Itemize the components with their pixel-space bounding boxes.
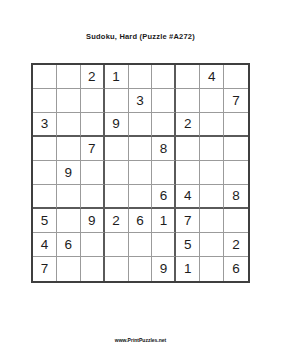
sudoku-cell-empty	[81, 89, 105, 113]
sudoku-cell-empty	[129, 137, 153, 161]
sudoku-cell-given: 5	[33, 209, 57, 233]
sudoku-cell-empty	[129, 185, 153, 209]
sudoku-cell-given: 4	[200, 65, 224, 89]
sudoku-cell-empty	[105, 161, 129, 185]
sudoku-cell-given: 3	[33, 113, 57, 137]
sudoku-cell-empty	[176, 161, 200, 185]
sudoku-cell-empty	[176, 65, 200, 89]
sudoku-cell-empty	[33, 185, 57, 209]
sudoku-cell-empty	[176, 137, 200, 161]
sudoku-cell-given: 6	[57, 233, 81, 257]
sudoku-cell-given: 8	[224, 185, 248, 209]
puzzle-title: Sudoku, Hard (Puzzle #A272)	[0, 32, 281, 41]
sudoku-cell-empty	[129, 233, 153, 257]
sudoku-cell-empty	[152, 89, 176, 113]
sudoku-cell-given: 9	[81, 209, 105, 233]
sudoku-cell-empty	[33, 161, 57, 185]
sudoku-cell-empty	[224, 65, 248, 89]
sudoku-board: 2143739278964859261746527916	[31, 63, 250, 283]
sudoku-cell-given: 9	[152, 257, 176, 281]
sudoku-cell-empty	[200, 233, 224, 257]
sudoku-cell-given: 1	[105, 65, 129, 89]
sudoku-cell-empty	[57, 185, 81, 209]
sudoku-cell-empty	[200, 161, 224, 185]
sudoku-cell-empty	[200, 185, 224, 209]
sudoku-cell-empty	[200, 89, 224, 113]
sudoku-cell-empty	[57, 209, 81, 233]
sudoku-cell-given: 4	[33, 233, 57, 257]
sudoku-cell-empty	[129, 113, 153, 137]
sudoku-cell-empty	[81, 233, 105, 257]
sudoku-cell-empty	[57, 113, 81, 137]
sudoku-cell-given: 3	[129, 89, 153, 113]
sudoku-cell-empty	[81, 161, 105, 185]
sudoku-cell-empty	[81, 257, 105, 281]
sudoku-cell-empty	[224, 209, 248, 233]
sudoku-cell-empty	[200, 137, 224, 161]
sudoku-cell-given: 5	[176, 233, 200, 257]
sudoku-cell-empty	[200, 209, 224, 233]
sudoku-cell-given: 7	[33, 257, 57, 281]
sudoku-cell-given: 7	[224, 89, 248, 113]
sudoku-cell-empty	[33, 65, 57, 89]
sudoku-cell-given: 6	[129, 209, 153, 233]
sudoku-cell-given: 2	[105, 209, 129, 233]
sudoku-cell-empty	[57, 65, 81, 89]
sudoku-cell-given: 4	[176, 185, 200, 209]
sudoku-cell-empty	[224, 137, 248, 161]
sudoku-cell-empty	[81, 185, 105, 209]
sudoku-cell-given: 1	[152, 209, 176, 233]
sudoku-cell-given: 2	[176, 113, 200, 137]
sudoku-cell-given: 8	[152, 137, 176, 161]
sudoku-cell-empty	[200, 257, 224, 281]
sudoku-cell-given: 9	[105, 113, 129, 137]
sudoku-cell-empty	[200, 113, 224, 137]
footer-url: www.PrintPuzzles.net	[0, 337, 281, 343]
sudoku-cell-given: 2	[224, 233, 248, 257]
sudoku-cell-given: 7	[81, 137, 105, 161]
sudoku-cell-given: 6	[152, 185, 176, 209]
sudoku-cell-empty	[152, 113, 176, 137]
sudoku-cell-empty	[57, 89, 81, 113]
sudoku-cell-given: 9	[57, 161, 81, 185]
sudoku-cell-empty	[152, 161, 176, 185]
sudoku-cell-empty	[224, 113, 248, 137]
sudoku-cell-empty	[176, 89, 200, 113]
sudoku-cell-empty	[105, 89, 129, 113]
sudoku-cell-empty	[152, 65, 176, 89]
sudoku-cell-empty	[33, 89, 57, 113]
sudoku-cell-empty	[81, 113, 105, 137]
sudoku-cell-empty	[129, 257, 153, 281]
sudoku-cell-empty	[57, 257, 81, 281]
sudoku-cell-given: 7	[176, 209, 200, 233]
sudoku-cell-empty	[152, 233, 176, 257]
sudoku-cell-empty	[129, 161, 153, 185]
sudoku-cell-empty	[105, 137, 129, 161]
sudoku-cell-empty	[105, 233, 129, 257]
sudoku-cell-empty	[105, 185, 129, 209]
sudoku-cell-empty	[129, 65, 153, 89]
sudoku-cell-empty	[224, 161, 248, 185]
sudoku-cell-empty	[33, 137, 57, 161]
sudoku-cell-empty	[105, 257, 129, 281]
puzzle-page: Sudoku, Hard (Puzzle #A272) 214373927896…	[0, 0, 281, 363]
sudoku-cell-given: 1	[176, 257, 200, 281]
sudoku-cell-empty	[57, 137, 81, 161]
sudoku-cell-given: 2	[81, 65, 105, 89]
sudoku-cell-given: 6	[224, 257, 248, 281]
